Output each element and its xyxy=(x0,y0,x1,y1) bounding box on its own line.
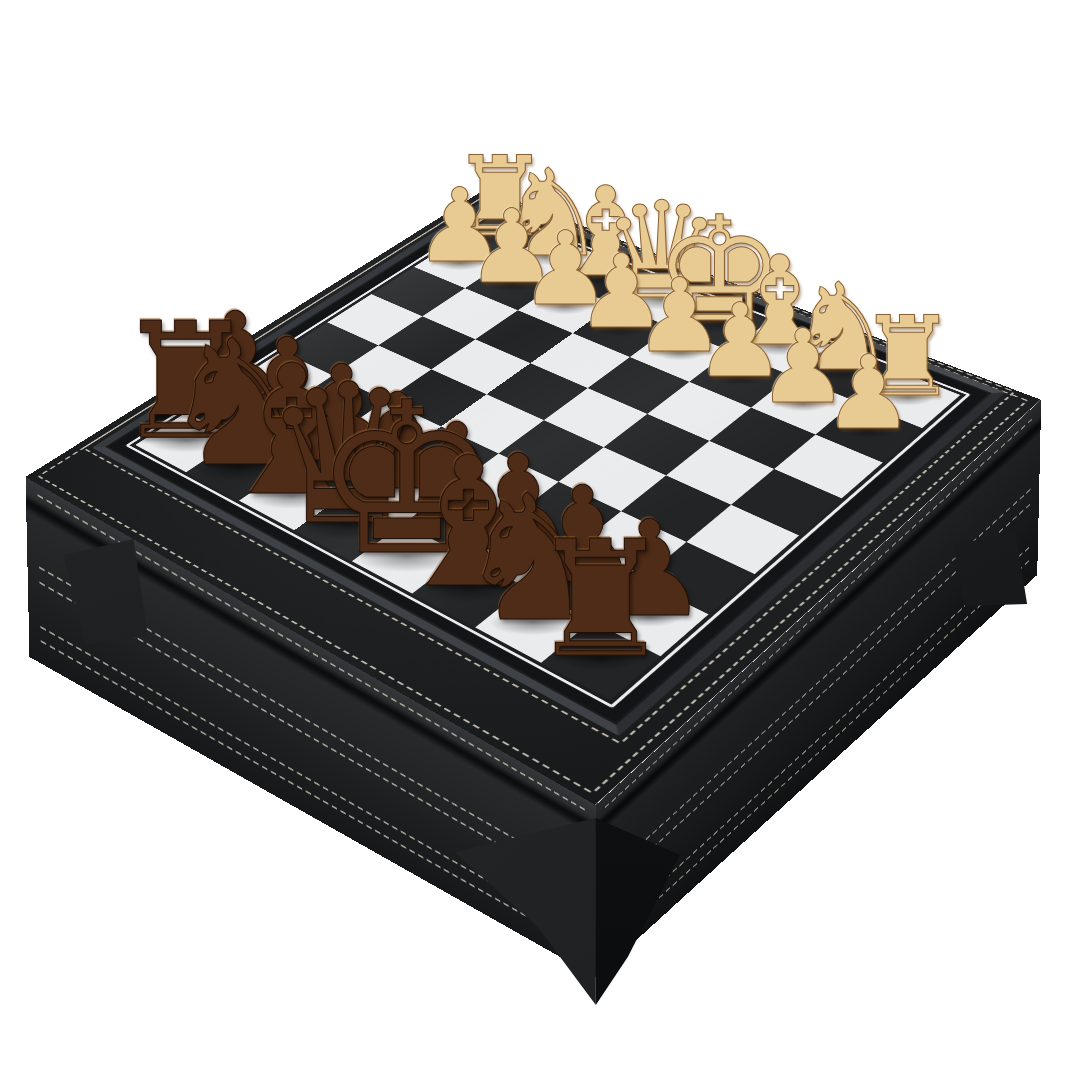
dark-rook-h8[interactable]: ♜ xyxy=(529,520,672,680)
light-pawn-h2[interactable]: ♟ xyxy=(823,343,914,445)
chess-box-scene: ♜♞♝♛♚♝♞♜♟♟♟♟♟♟♟♟♟♟♟♟♟♟♟♟♜♞♝♛♚♝♞♜ xyxy=(0,0,1080,1080)
